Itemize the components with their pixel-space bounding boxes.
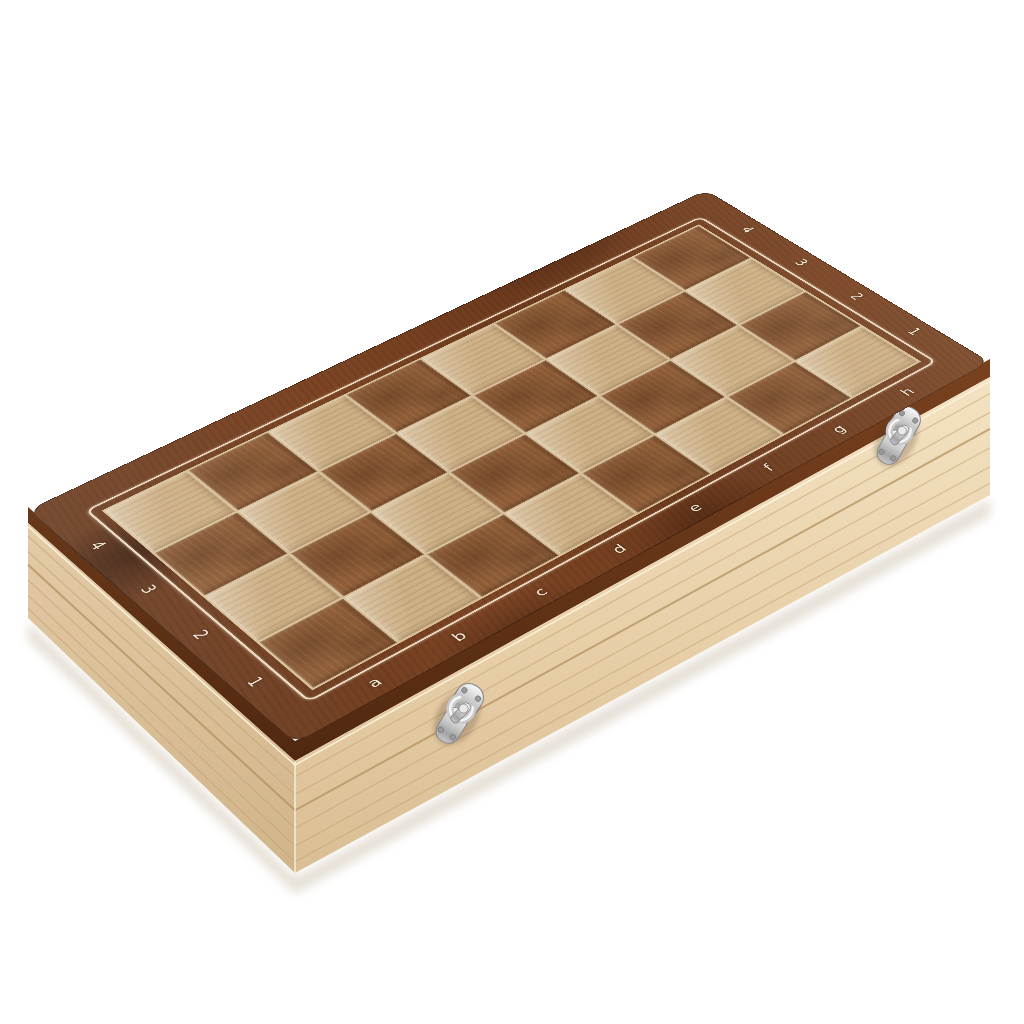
- rank-label-left-1: 1: [243, 675, 266, 690]
- file-label-d: d: [610, 543, 630, 556]
- file-label-c: c: [532, 586, 551, 599]
- file-label-a: a: [365, 676, 386, 690]
- rank-label-left-2: 2: [189, 628, 212, 642]
- file-label-e: e: [686, 502, 706, 514]
- chess-box-photo: 44332211abcdefgh: [0, 0, 1024, 1024]
- file-label-g: g: [830, 424, 849, 436]
- rank-label-left-3: 3: [137, 583, 159, 597]
- rank-label-right-1: 1: [904, 326, 923, 337]
- file-label-b: b: [449, 630, 470, 644]
- rank-label-right-4: 4: [738, 225, 756, 235]
- rank-label-left-4: 4: [86, 539, 108, 552]
- rank-label-right-3: 3: [792, 258, 811, 268]
- file-label-f: f: [761, 463, 777, 473]
- file-label-h: h: [898, 386, 917, 397]
- rank-label-right-2: 2: [847, 291, 866, 301]
